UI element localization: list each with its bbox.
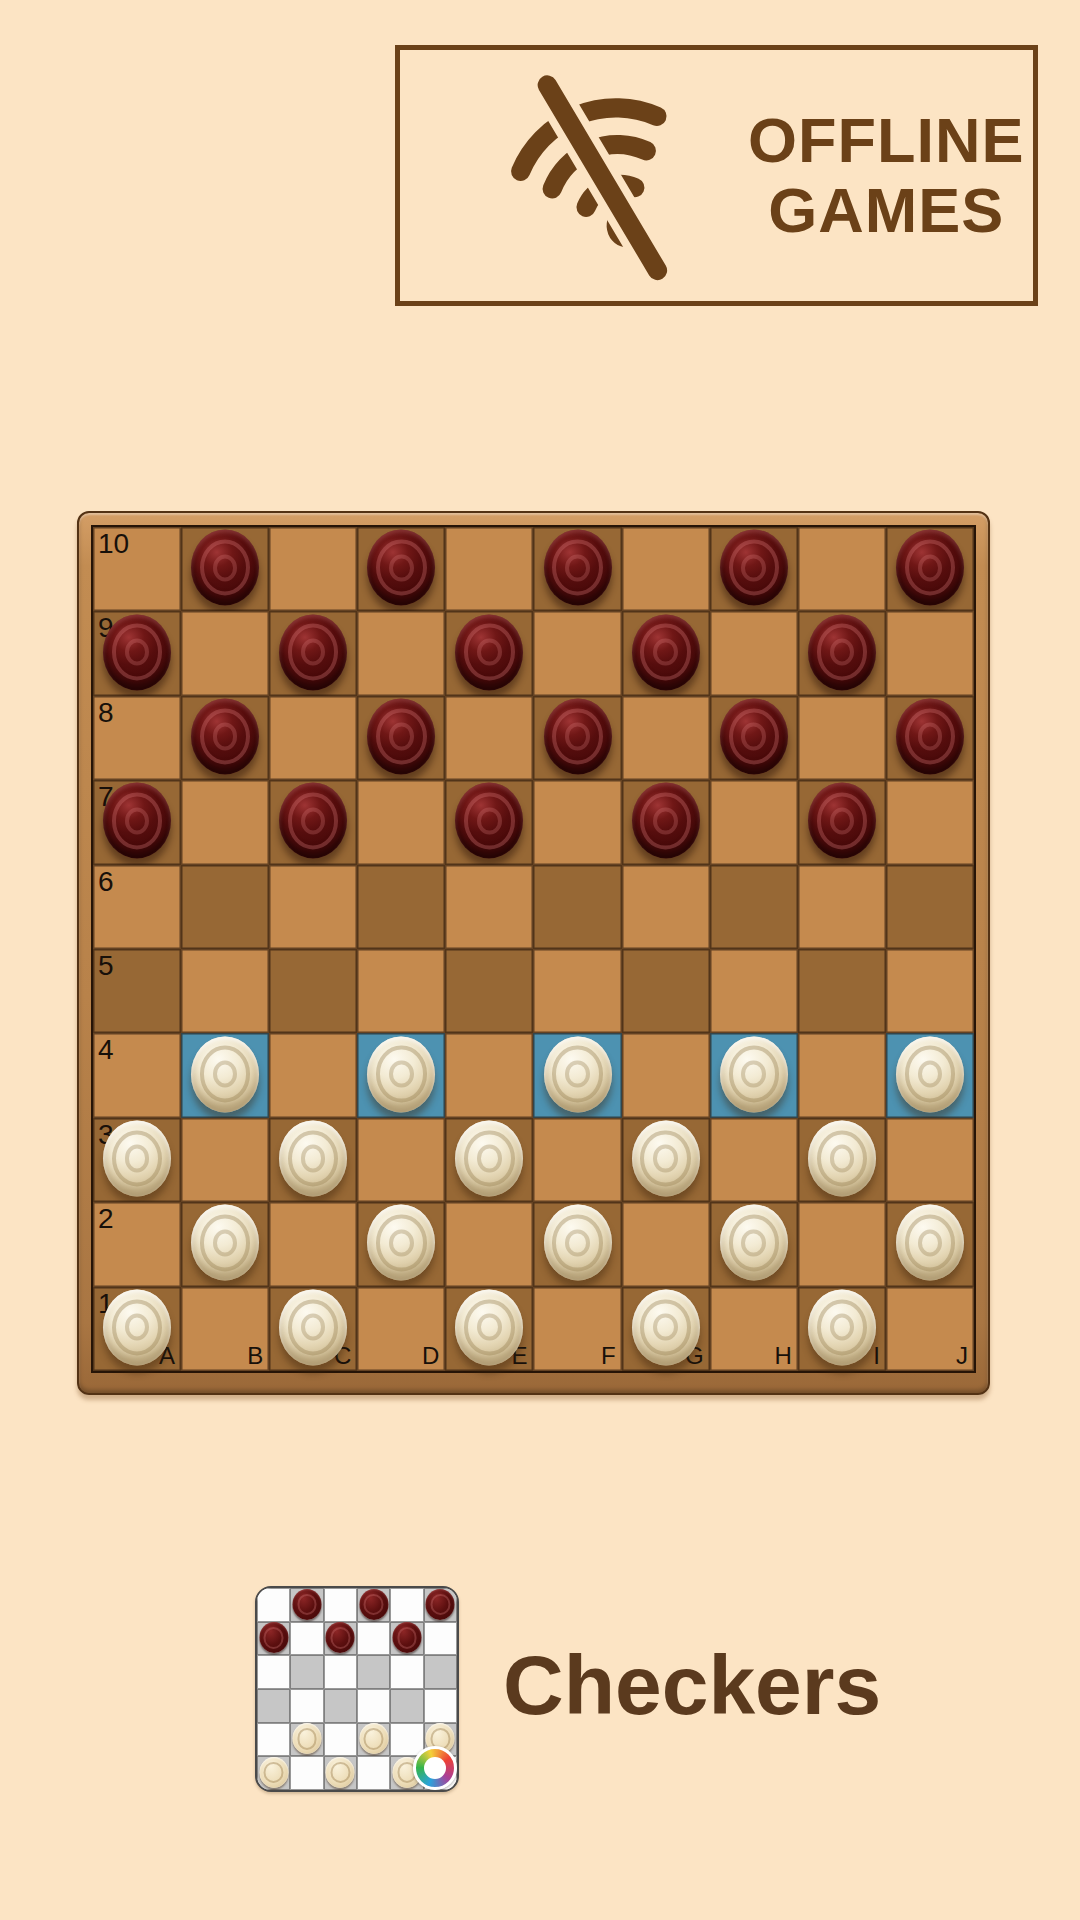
dark-checker-F10[interactable] [544,530,612,606]
square-E9[interactable] [445,611,533,695]
dark-checker-H8[interactable] [720,698,788,774]
dark-checker-B8[interactable] [191,698,259,774]
dark-checker-I7[interactable] [808,783,876,859]
square-J9[interactable] [886,611,974,695]
square-A1[interactable]: 1A [93,1287,181,1371]
white-checker-H2[interactable] [720,1205,788,1281]
offline-games-banner: OFFLINE GAMES [395,45,1038,306]
square-B10[interactable] [181,527,269,611]
dark-checker-A9[interactable] [103,614,171,690]
thumb-square [324,1756,357,1790]
row-label-4: 4 [98,1034,114,1066]
thumb-light-checker [326,1757,355,1788]
square-A8[interactable]: 8 [93,696,181,780]
col-label-J: J [956,1342,968,1370]
square-H9[interactable] [710,611,798,695]
square-C7[interactable] [269,780,357,864]
col-label-D: D [422,1342,439,1370]
white-checker-J2[interactable] [896,1205,964,1281]
rainbow-ring-logo-icon [413,1746,457,1790]
square-H7[interactable] [710,780,798,864]
square-A4[interactable]: 4 [93,1033,181,1117]
square-F6[interactable] [533,865,621,949]
row-label-8: 8 [98,697,114,729]
thumb-square [390,1655,423,1689]
dark-checker-G7[interactable] [632,783,700,859]
square-C6[interactable] [269,865,357,949]
square-A10[interactable]: 10 [93,527,181,611]
square-J7[interactable] [886,780,974,864]
square-G5[interactable] [622,949,710,1033]
square-A2[interactable]: 2 [93,1202,181,1286]
thumb-square [357,1622,390,1656]
square-G10[interactable] [622,527,710,611]
thumb-square [357,1655,390,1689]
thumb-square [257,1588,290,1622]
square-C4[interactable] [269,1033,357,1117]
banner-text: OFFLINE GAMES [748,106,1024,245]
dark-checker-D10[interactable] [367,530,435,606]
square-E7[interactable] [445,780,533,864]
thumb-square [390,1689,423,1723]
square-G2[interactable] [622,1202,710,1286]
white-checker-G1[interactable] [632,1289,700,1365]
thumb-dark-checker [359,1589,388,1620]
thumb-square [290,1622,323,1656]
square-C5[interactable] [269,949,357,1033]
square-D4[interactable] [357,1033,445,1117]
square-H6[interactable] [710,865,798,949]
square-B6[interactable] [181,865,269,949]
white-checker-H4[interactable] [720,1036,788,1112]
thumb-square [357,1723,390,1757]
thumb-square [324,1689,357,1723]
thumb-square [257,1622,290,1656]
square-E10[interactable] [445,527,533,611]
white-checker-G3[interactable] [632,1120,700,1196]
square-E4[interactable] [445,1033,533,1117]
square-H5[interactable] [710,949,798,1033]
square-E2[interactable] [445,1202,533,1286]
square-A5[interactable]: 5 [93,949,181,1033]
square-G7[interactable] [622,780,710,864]
square-F5[interactable] [533,949,621,1033]
row-label-10: 10 [98,528,129,560]
square-D9[interactable] [357,611,445,695]
thumb-square [257,1756,290,1790]
square-H4[interactable] [710,1033,798,1117]
square-I8[interactable] [798,696,886,780]
thumb-square [390,1588,423,1622]
board-grid: 10987654321ABCDEFGHIJ [91,525,976,1373]
dark-checker-F8[interactable] [544,698,612,774]
square-I3[interactable] [798,1118,886,1202]
white-checker-D4[interactable] [367,1036,435,1112]
thumb-square [290,1723,323,1757]
game-title: Checkers [503,1637,881,1734]
square-G8[interactable] [622,696,710,780]
square-G1[interactable]: G [622,1287,710,1371]
square-H8[interactable] [710,696,798,780]
dark-checker-A7[interactable] [103,783,171,859]
thumb-square [357,1756,390,1790]
square-D1[interactable]: D [357,1287,445,1371]
banner-line1: OFFLINE [748,106,1024,175]
square-E3[interactable] [445,1118,533,1202]
thumb-square [424,1689,457,1723]
thumb-square [390,1622,423,1656]
square-I5[interactable] [798,949,886,1033]
square-B1[interactable]: B [181,1287,269,1371]
square-C8[interactable] [269,696,357,780]
square-E8[interactable] [445,696,533,780]
thumb-light-checker [259,1757,288,1788]
square-G6[interactable] [622,865,710,949]
thumb-dark-checker [259,1622,288,1653]
white-checker-I3[interactable] [808,1120,876,1196]
col-label-I: I [873,1342,880,1370]
checkers-board: 10987654321ABCDEFGHIJ [77,511,990,1395]
col-label-H: H [774,1342,791,1370]
dark-checker-E7[interactable] [455,783,523,859]
thumb-square [290,1756,323,1790]
thumb-dark-checker [392,1622,421,1653]
square-B9[interactable] [181,611,269,695]
thumb-dark-checker [326,1622,355,1653]
thumb-light-checker [359,1723,388,1754]
thumb-square [290,1588,323,1622]
white-checker-J4[interactable] [896,1036,964,1112]
square-D6[interactable] [357,865,445,949]
white-checker-C3[interactable] [279,1120,347,1196]
dark-checker-D8[interactable] [367,698,435,774]
dark-checker-J10[interactable] [896,530,964,606]
square-B4[interactable] [181,1033,269,1117]
thumb-square [257,1655,290,1689]
square-J3[interactable] [886,1118,974,1202]
square-I4[interactable] [798,1033,886,1117]
wifi-off-icon [448,71,748,281]
thumb-dark-checker [426,1589,455,1620]
square-F8[interactable] [533,696,621,780]
square-I9[interactable] [798,611,886,695]
square-B5[interactable] [181,949,269,1033]
square-J2[interactable] [886,1202,974,1286]
square-G4[interactable] [622,1033,710,1117]
thumb-dark-checker [292,1589,321,1620]
banner-line2: GAMES [768,176,1004,245]
white-checker-F4[interactable] [544,1036,612,1112]
thumb-square [290,1689,323,1723]
dark-checker-H10[interactable] [720,530,788,606]
white-checker-B2[interactable] [191,1205,259,1281]
white-checker-E3[interactable] [455,1120,523,1196]
white-checker-A1[interactable] [103,1289,171,1365]
square-F3[interactable] [533,1118,621,1202]
square-I6[interactable] [798,865,886,949]
white-checker-E1[interactable] [455,1289,523,1365]
row-label-5: 5 [98,950,114,982]
square-F10[interactable] [533,527,621,611]
dark-checker-J8[interactable] [896,698,964,774]
square-B7[interactable] [181,780,269,864]
square-I10[interactable] [798,527,886,611]
square-E6[interactable] [445,865,533,949]
thumb-square [257,1689,290,1723]
thumb-square [257,1723,290,1757]
square-H3[interactable] [710,1118,798,1202]
square-D10[interactable] [357,527,445,611]
white-checker-B4[interactable] [191,1036,259,1112]
square-H1[interactable]: H [710,1287,798,1371]
square-A6[interactable]: 6 [93,865,181,949]
white-checker-D2[interactable] [367,1205,435,1281]
square-C3[interactable] [269,1118,357,1202]
thumb-square [424,1622,457,1656]
dark-checker-B10[interactable] [191,530,259,606]
square-J1[interactable]: J [886,1287,974,1371]
square-H10[interactable] [710,527,798,611]
square-F4[interactable] [533,1033,621,1117]
square-D3[interactable] [357,1118,445,1202]
thumb-square [424,1756,457,1790]
thumb-square [324,1723,357,1757]
square-F7[interactable] [533,780,621,864]
white-checker-F2[interactable] [544,1205,612,1281]
white-checker-C1[interactable] [279,1289,347,1365]
square-I7[interactable] [798,780,886,864]
thumb-square [324,1655,357,1689]
dark-checker-C9[interactable] [279,614,347,690]
thumb-square [424,1655,457,1689]
square-A3[interactable]: 3 [93,1118,181,1202]
dark-checker-G9[interactable] [632,614,700,690]
dark-checker-C7[interactable] [279,783,347,859]
square-D5[interactable] [357,949,445,1033]
square-I2[interactable] [798,1202,886,1286]
square-D8[interactable] [357,696,445,780]
square-I1[interactable]: I [798,1287,886,1371]
square-E1[interactable]: E [445,1287,533,1371]
dark-checker-E9[interactable] [455,614,523,690]
thumb-square [324,1622,357,1656]
square-C1[interactable]: C [269,1287,357,1371]
square-A7[interactable]: 7 [93,780,181,864]
thumb-square [290,1655,323,1689]
square-H2[interactable] [710,1202,798,1286]
thumb-square [324,1588,357,1622]
square-J8[interactable] [886,696,974,780]
square-D2[interactable] [357,1202,445,1286]
row-label-6: 6 [98,866,114,898]
square-F1[interactable]: F [533,1287,621,1371]
square-C10[interactable] [269,527,357,611]
square-J6[interactable] [886,865,974,949]
white-checker-I1[interactable] [808,1289,876,1365]
square-J5[interactable] [886,949,974,1033]
thumb-square [357,1588,390,1622]
square-C9[interactable] [269,611,357,695]
dark-checker-I9[interactable] [808,614,876,690]
row-label-2: 2 [98,1203,114,1235]
col-label-F: F [601,1342,616,1370]
square-F9[interactable] [533,611,621,695]
square-B2[interactable] [181,1202,269,1286]
square-B3[interactable] [181,1118,269,1202]
square-A9[interactable]: 9 [93,611,181,695]
square-E5[interactable] [445,949,533,1033]
thumb-square [424,1588,457,1622]
square-J10[interactable] [886,527,974,611]
square-B8[interactable] [181,696,269,780]
square-F2[interactable] [533,1202,621,1286]
square-D7[interactable] [357,780,445,864]
square-J4[interactable] [886,1033,974,1117]
square-C2[interactable] [269,1202,357,1286]
thumb-light-checker [292,1723,321,1754]
thumb-square [357,1689,390,1723]
square-G9[interactable] [622,611,710,695]
checkers-thumbnail[interactable] [255,1586,459,1792]
col-label-B: B [247,1342,263,1370]
white-checker-A3[interactable] [103,1120,171,1196]
square-G3[interactable] [622,1118,710,1202]
